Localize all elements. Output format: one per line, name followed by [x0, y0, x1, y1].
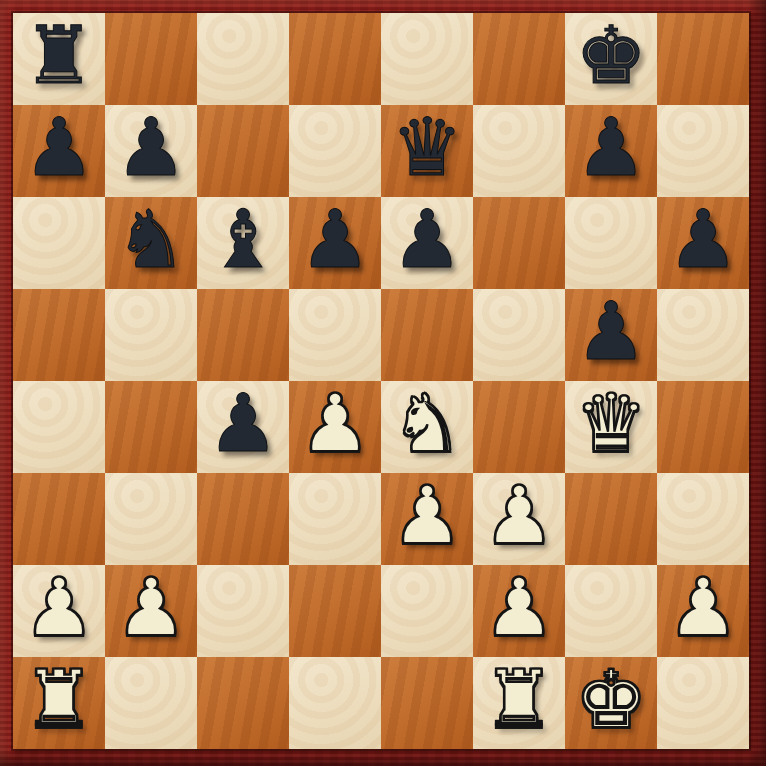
square-h2[interactable]: ♟	[657, 565, 749, 657]
square-f8[interactable]	[473, 13, 565, 105]
square-f6[interactable]	[473, 197, 565, 289]
square-c4[interactable]: ♟	[197, 381, 289, 473]
square-g4[interactable]: ♛	[565, 381, 657, 473]
square-d4[interactable]: ♟	[289, 381, 381, 473]
square-g7[interactable]: ♟	[565, 105, 657, 197]
square-h3[interactable]	[657, 473, 749, 565]
square-d6[interactable]: ♟	[289, 197, 381, 289]
square-c7[interactable]	[197, 105, 289, 197]
square-e1[interactable]	[381, 657, 473, 749]
square-g5[interactable]: ♟	[565, 289, 657, 381]
square-e8[interactable]	[381, 13, 473, 105]
square-h1[interactable]	[657, 657, 749, 749]
square-f5[interactable]	[473, 289, 565, 381]
square-g2[interactable]	[565, 565, 657, 657]
square-b4[interactable]	[105, 381, 197, 473]
piece-white-rook[interactable]: ♜	[23, 660, 95, 740]
square-b3[interactable]	[105, 473, 197, 565]
square-g6[interactable]	[565, 197, 657, 289]
square-a1[interactable]: ♜	[13, 657, 105, 749]
square-e5[interactable]	[381, 289, 473, 381]
square-a5[interactable]	[13, 289, 105, 381]
square-h7[interactable]	[657, 105, 749, 197]
chess-board: ♜♚♟♟♛♟♞♝♟♟♟♟♟♟♞♛♟♟♟♟♟♟♜♜♚	[13, 13, 749, 749]
square-h8[interactable]	[657, 13, 749, 105]
square-g3[interactable]	[565, 473, 657, 565]
piece-black-queen[interactable]: ♛	[391, 108, 463, 188]
square-a7[interactable]: ♟	[13, 105, 105, 197]
piece-black-pawn[interactable]: ♟	[575, 292, 647, 372]
square-d5[interactable]	[289, 289, 381, 381]
piece-white-pawn[interactable]: ♟	[483, 476, 555, 556]
square-h6[interactable]: ♟	[657, 197, 749, 289]
square-c2[interactable]	[197, 565, 289, 657]
square-c6[interactable]: ♝	[197, 197, 289, 289]
square-c8[interactable]	[197, 13, 289, 105]
square-f1[interactable]: ♜	[473, 657, 565, 749]
piece-black-pawn[interactable]: ♟	[299, 200, 371, 280]
square-d8[interactable]	[289, 13, 381, 105]
square-e4[interactable]: ♞	[381, 381, 473, 473]
square-d7[interactable]	[289, 105, 381, 197]
square-g1[interactable]: ♚	[565, 657, 657, 749]
square-e3[interactable]: ♟	[381, 473, 473, 565]
square-a6[interactable]	[13, 197, 105, 289]
square-e6[interactable]: ♟	[381, 197, 473, 289]
square-h5[interactable]	[657, 289, 749, 381]
piece-white-knight[interactable]: ♞	[391, 384, 463, 464]
piece-white-pawn[interactable]: ♟	[483, 568, 555, 648]
piece-black-pawn[interactable]: ♟	[207, 384, 279, 464]
piece-white-pawn[interactable]: ♟	[23, 568, 95, 648]
square-e2[interactable]	[381, 565, 473, 657]
square-f3[interactable]: ♟	[473, 473, 565, 565]
square-b1[interactable]	[105, 657, 197, 749]
square-b2[interactable]: ♟	[105, 565, 197, 657]
piece-white-king[interactable]: ♚	[575, 660, 647, 740]
square-a2[interactable]: ♟	[13, 565, 105, 657]
piece-black-knight[interactable]: ♞	[115, 200, 187, 280]
piece-black-pawn[interactable]: ♟	[23, 108, 95, 188]
piece-black-bishop[interactable]: ♝	[207, 200, 279, 280]
square-f2[interactable]: ♟	[473, 565, 565, 657]
piece-black-pawn[interactable]: ♟	[115, 108, 187, 188]
square-d2[interactable]	[289, 565, 381, 657]
piece-white-pawn[interactable]: ♟	[299, 384, 371, 464]
board-frame: ♜♚♟♟♛♟♞♝♟♟♟♟♟♟♞♛♟♟♟♟♟♟♜♜♚	[0, 0, 766, 766]
piece-white-pawn[interactable]: ♟	[115, 568, 187, 648]
square-d3[interactable]	[289, 473, 381, 565]
piece-black-pawn[interactable]: ♟	[391, 200, 463, 280]
square-b7[interactable]: ♟	[105, 105, 197, 197]
square-b8[interactable]	[105, 13, 197, 105]
piece-white-pawn[interactable]: ♟	[667, 568, 739, 648]
square-a4[interactable]	[13, 381, 105, 473]
square-c3[interactable]	[197, 473, 289, 565]
piece-white-pawn[interactable]: ♟	[391, 476, 463, 556]
square-b6[interactable]: ♞	[105, 197, 197, 289]
piece-black-pawn[interactable]: ♟	[575, 108, 647, 188]
square-f4[interactable]	[473, 381, 565, 473]
square-c1[interactable]	[197, 657, 289, 749]
piece-white-rook[interactable]: ♜	[483, 660, 555, 740]
piece-black-rook[interactable]: ♜	[23, 16, 95, 96]
square-g8[interactable]: ♚	[565, 13, 657, 105]
piece-black-pawn[interactable]: ♟	[667, 200, 739, 280]
piece-white-queen[interactable]: ♛	[575, 384, 647, 464]
square-h4[interactable]	[657, 381, 749, 473]
piece-black-king[interactable]: ♚	[575, 16, 647, 96]
square-a8[interactable]: ♜	[13, 13, 105, 105]
square-a3[interactable]	[13, 473, 105, 565]
square-b5[interactable]	[105, 289, 197, 381]
square-d1[interactable]	[289, 657, 381, 749]
square-f7[interactable]	[473, 105, 565, 197]
square-c5[interactable]	[197, 289, 289, 381]
square-e7[interactable]: ♛	[381, 105, 473, 197]
